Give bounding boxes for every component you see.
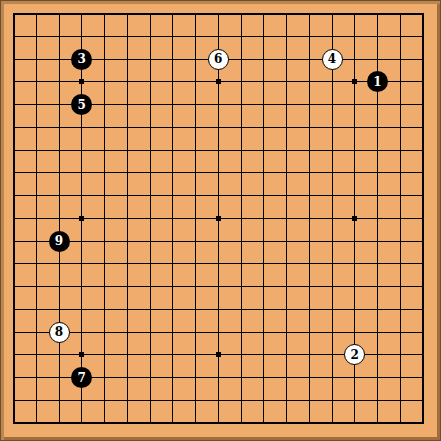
- intersection-A18[interactable]: [2, 25, 25, 48]
- intersection-C2[interactable]: [48, 389, 71, 412]
- intersection-N10[interactable]: [275, 207, 298, 230]
- intersection-O17[interactable]: [298, 48, 321, 71]
- intersection-H6[interactable]: [161, 298, 184, 321]
- intersection-L7[interactable]: [230, 275, 253, 298]
- intersection-D11[interactable]: [70, 184, 93, 207]
- intersection-M11[interactable]: [252, 184, 275, 207]
- intersection-T7[interactable]: [412, 275, 435, 298]
- intersection-H15[interactable]: [161, 93, 184, 116]
- intersection-N1[interactable]: [275, 412, 298, 435]
- intersection-N16[interactable]: [275, 70, 298, 93]
- intersection-T4[interactable]: [412, 343, 435, 366]
- intersection-Q15[interactable]: [343, 93, 366, 116]
- intersection-J13[interactable]: [184, 139, 207, 162]
- intersection-H2[interactable]: [161, 389, 184, 412]
- intersection-N12[interactable]: [275, 161, 298, 184]
- intersection-D8[interactable]: [70, 252, 93, 275]
- intersection-R15[interactable]: [366, 93, 389, 116]
- intersection-A7[interactable]: [2, 275, 25, 298]
- intersection-Q10[interactable]: [343, 207, 366, 230]
- intersection-B16[interactable]: [25, 70, 48, 93]
- intersection-L8[interactable]: [230, 252, 253, 275]
- intersection-O11[interactable]: [298, 184, 321, 207]
- intersection-O8[interactable]: [298, 252, 321, 275]
- intersection-D1[interactable]: [70, 412, 93, 435]
- intersection-N3[interactable]: [275, 366, 298, 389]
- intersection-M15[interactable]: [252, 93, 275, 116]
- intersection-O9[interactable]: [298, 230, 321, 253]
- intersection-Q1[interactable]: [343, 412, 366, 435]
- intersection-M16[interactable]: [252, 70, 275, 93]
- intersection-N6[interactable]: [275, 298, 298, 321]
- intersection-D9[interactable]: [70, 230, 93, 253]
- intersection-J11[interactable]: [184, 184, 207, 207]
- intersection-F19[interactable]: [116, 2, 139, 25]
- intersection-M7[interactable]: [252, 275, 275, 298]
- intersection-M12[interactable]: [252, 161, 275, 184]
- intersection-O19[interactable]: [298, 2, 321, 25]
- intersection-A16[interactable]: [2, 70, 25, 93]
- intersection-G14[interactable]: [139, 116, 162, 139]
- intersection-T1[interactable]: [412, 412, 435, 435]
- intersection-G7[interactable]: [139, 275, 162, 298]
- intersection-L3[interactable]: [230, 366, 253, 389]
- intersection-P16[interactable]: [321, 70, 344, 93]
- intersection-E17[interactable]: [93, 48, 116, 71]
- intersection-O14[interactable]: [298, 116, 321, 139]
- intersection-H9[interactable]: [161, 230, 184, 253]
- intersection-F6[interactable]: [116, 298, 139, 321]
- intersection-F13[interactable]: [116, 139, 139, 162]
- intersection-F2[interactable]: [116, 389, 139, 412]
- intersection-H18[interactable]: [161, 25, 184, 48]
- intersection-F7[interactable]: [116, 275, 139, 298]
- intersection-H11[interactable]: [161, 184, 184, 207]
- intersection-O13[interactable]: [298, 139, 321, 162]
- intersection-E12[interactable]: [93, 161, 116, 184]
- intersection-N15[interactable]: [275, 93, 298, 116]
- intersection-H13[interactable]: [161, 139, 184, 162]
- intersection-N11[interactable]: [275, 184, 298, 207]
- intersection-J18[interactable]: [184, 25, 207, 48]
- intersection-H19[interactable]: [161, 2, 184, 25]
- intersection-N17[interactable]: [275, 48, 298, 71]
- stone-white-8-C5[interactable]: 8: [49, 322, 70, 343]
- intersection-T17[interactable]: [412, 48, 435, 71]
- intersection-J3[interactable]: [184, 366, 207, 389]
- intersection-G11[interactable]: [139, 184, 162, 207]
- intersection-J16[interactable]: [184, 70, 207, 93]
- intersection-C8[interactable]: [48, 252, 71, 275]
- intersection-G1[interactable]: [139, 412, 162, 435]
- intersection-J12[interactable]: [184, 161, 207, 184]
- intersection-L12[interactable]: [230, 161, 253, 184]
- intersection-P14[interactable]: [321, 116, 344, 139]
- intersection-L10[interactable]: [230, 207, 253, 230]
- intersection-O7[interactable]: [298, 275, 321, 298]
- intersection-A8[interactable]: [2, 252, 25, 275]
- intersection-S13[interactable]: [389, 139, 412, 162]
- intersection-G9[interactable]: [139, 230, 162, 253]
- intersection-B7[interactable]: [25, 275, 48, 298]
- intersection-P5[interactable]: [321, 321, 344, 344]
- intersection-E15[interactable]: [93, 93, 116, 116]
- intersection-P3[interactable]: [321, 366, 344, 389]
- intersection-T3[interactable]: [412, 366, 435, 389]
- intersection-E11[interactable]: [93, 184, 116, 207]
- intersection-A14[interactable]: [2, 116, 25, 139]
- intersection-B3[interactable]: [25, 366, 48, 389]
- intersection-B12[interactable]: [25, 161, 48, 184]
- intersection-J19[interactable]: [184, 2, 207, 25]
- intersection-L16[interactable]: [230, 70, 253, 93]
- intersection-E10[interactable]: [93, 207, 116, 230]
- intersection-O4[interactable]: [298, 343, 321, 366]
- intersection-J9[interactable]: [184, 230, 207, 253]
- intersection-K18[interactable]: [207, 25, 230, 48]
- intersection-C18[interactable]: [48, 25, 71, 48]
- intersection-B19[interactable]: [25, 2, 48, 25]
- intersection-R17[interactable]: [366, 48, 389, 71]
- intersection-S5[interactable]: [389, 321, 412, 344]
- intersection-G17[interactable]: [139, 48, 162, 71]
- stone-white-4-O17[interactable]: 4: [322, 49, 343, 70]
- intersection-Q13[interactable]: [343, 139, 366, 162]
- intersection-K16[interactable]: [207, 70, 230, 93]
- intersection-R3[interactable]: [366, 366, 389, 389]
- intersection-T9[interactable]: [412, 230, 435, 253]
- intersection-P11[interactable]: [321, 184, 344, 207]
- intersection-M17[interactable]: [252, 48, 275, 71]
- intersection-F8[interactable]: [116, 252, 139, 275]
- intersection-R14[interactable]: [366, 116, 389, 139]
- intersection-R5[interactable]: [366, 321, 389, 344]
- intersection-Q19[interactable]: [343, 2, 366, 25]
- intersection-J10[interactable]: [184, 207, 207, 230]
- intersection-J17[interactable]: [184, 48, 207, 71]
- intersection-Q2[interactable]: [343, 389, 366, 412]
- intersection-N9[interactable]: [275, 230, 298, 253]
- intersection-F14[interactable]: [116, 116, 139, 139]
- intersection-L19[interactable]: [230, 2, 253, 25]
- intersection-R8[interactable]: [366, 252, 389, 275]
- intersection-M6[interactable]: [252, 298, 275, 321]
- intersection-S17[interactable]: [389, 48, 412, 71]
- intersection-R7[interactable]: [366, 275, 389, 298]
- intersection-B8[interactable]: [25, 252, 48, 275]
- intersection-P8[interactable]: [321, 252, 344, 275]
- intersection-G15[interactable]: [139, 93, 162, 116]
- intersection-N19[interactable]: [275, 2, 298, 25]
- intersection-H3[interactable]: [161, 366, 184, 389]
- intersection-M10[interactable]: [252, 207, 275, 230]
- intersection-G13[interactable]: [139, 139, 162, 162]
- intersection-S10[interactable]: [389, 207, 412, 230]
- intersection-K5[interactable]: [207, 321, 230, 344]
- intersection-P2[interactable]: [321, 389, 344, 412]
- intersection-B14[interactable]: [25, 116, 48, 139]
- intersection-N7[interactable]: [275, 275, 298, 298]
- intersection-E7[interactable]: [93, 275, 116, 298]
- intersection-D18[interactable]: [70, 25, 93, 48]
- intersection-B15[interactable]: [25, 93, 48, 116]
- intersection-R1[interactable]: [366, 412, 389, 435]
- intersection-L18[interactable]: [230, 25, 253, 48]
- intersection-C11[interactable]: [48, 184, 71, 207]
- intersection-Q9[interactable]: [343, 230, 366, 253]
- intersection-S6[interactable]: [389, 298, 412, 321]
- intersection-G18[interactable]: [139, 25, 162, 48]
- intersection-P18[interactable]: [321, 25, 344, 48]
- intersection-S7[interactable]: [389, 275, 412, 298]
- stone-white-6-K17[interactable]: 6: [208, 49, 229, 70]
- intersection-M5[interactable]: [252, 321, 275, 344]
- stone-black-9-C9[interactable]: 9: [49, 231, 70, 252]
- intersection-F9[interactable]: [116, 230, 139, 253]
- intersection-N5[interactable]: [275, 321, 298, 344]
- intersection-D16[interactable]: [70, 70, 93, 93]
- intersection-J8[interactable]: [184, 252, 207, 275]
- intersection-B13[interactable]: [25, 139, 48, 162]
- intersection-O15[interactable]: [298, 93, 321, 116]
- intersection-P4[interactable]: [321, 343, 344, 366]
- intersection-Q16[interactable]: [343, 70, 366, 93]
- intersection-S8[interactable]: [389, 252, 412, 275]
- intersection-K11[interactable]: [207, 184, 230, 207]
- intersection-H5[interactable]: [161, 321, 184, 344]
- intersection-D2[interactable]: [70, 389, 93, 412]
- intersection-B9[interactable]: [25, 230, 48, 253]
- intersection-N18[interactable]: [275, 25, 298, 48]
- intersection-B5[interactable]: [25, 321, 48, 344]
- intersection-S1[interactable]: [389, 412, 412, 435]
- intersection-N4[interactable]: [275, 343, 298, 366]
- intersection-B6[interactable]: [25, 298, 48, 321]
- intersection-F18[interactable]: [116, 25, 139, 48]
- intersection-E2[interactable]: [93, 389, 116, 412]
- intersection-C15[interactable]: [48, 93, 71, 116]
- intersection-D5[interactable]: [70, 321, 93, 344]
- intersection-K12[interactable]: [207, 161, 230, 184]
- intersection-L2[interactable]: [230, 389, 253, 412]
- intersection-J1[interactable]: [184, 412, 207, 435]
- intersection-P1[interactable]: [321, 412, 344, 435]
- intersection-P12[interactable]: [321, 161, 344, 184]
- intersection-J5[interactable]: [184, 321, 207, 344]
- intersection-E6[interactable]: [93, 298, 116, 321]
- intersection-B18[interactable]: [25, 25, 48, 48]
- intersection-K1[interactable]: [207, 412, 230, 435]
- intersection-H14[interactable]: [161, 116, 184, 139]
- intersection-B11[interactable]: [25, 184, 48, 207]
- intersection-R13[interactable]: [366, 139, 389, 162]
- intersection-C3[interactable]: [48, 366, 71, 389]
- intersection-P7[interactable]: [321, 275, 344, 298]
- intersection-R10[interactable]: [366, 207, 389, 230]
- intersection-M2[interactable]: [252, 389, 275, 412]
- intersection-L1[interactable]: [230, 412, 253, 435]
- intersection-M4[interactable]: [252, 343, 275, 366]
- intersection-Q7[interactable]: [343, 275, 366, 298]
- intersection-S12[interactable]: [389, 161, 412, 184]
- intersection-H10[interactable]: [161, 207, 184, 230]
- intersection-Q12[interactable]: [343, 161, 366, 184]
- intersection-R6[interactable]: [366, 298, 389, 321]
- intersection-P9[interactable]: [321, 230, 344, 253]
- intersection-T11[interactable]: [412, 184, 435, 207]
- intersection-R18[interactable]: [366, 25, 389, 48]
- intersection-E3[interactable]: [93, 366, 116, 389]
- intersection-O12[interactable]: [298, 161, 321, 184]
- intersection-O6[interactable]: [298, 298, 321, 321]
- intersection-C10[interactable]: [48, 207, 71, 230]
- intersection-D10[interactable]: [70, 207, 93, 230]
- intersection-G8[interactable]: [139, 252, 162, 275]
- intersection-C1[interactable]: [48, 412, 71, 435]
- go-board[interactable]: 123456789: [0, 0, 441, 441]
- intersection-O5[interactable]: [298, 321, 321, 344]
- intersection-H8[interactable]: [161, 252, 184, 275]
- intersection-P6[interactable]: [321, 298, 344, 321]
- intersection-H1[interactable]: [161, 412, 184, 435]
- intersection-T8[interactable]: [412, 252, 435, 275]
- intersection-D6[interactable]: [70, 298, 93, 321]
- intersection-O1[interactable]: [298, 412, 321, 435]
- intersection-F1[interactable]: [116, 412, 139, 435]
- intersection-N13[interactable]: [275, 139, 298, 162]
- intersection-E14[interactable]: [93, 116, 116, 139]
- intersection-H7[interactable]: [161, 275, 184, 298]
- intersection-E8[interactable]: [93, 252, 116, 275]
- intersection-E9[interactable]: [93, 230, 116, 253]
- intersection-Q6[interactable]: [343, 298, 366, 321]
- intersection-M9[interactable]: [252, 230, 275, 253]
- intersection-C16[interactable]: [48, 70, 71, 93]
- intersection-G4[interactable]: [139, 343, 162, 366]
- intersection-E4[interactable]: [93, 343, 116, 366]
- intersection-P19[interactable]: [321, 2, 344, 25]
- intersection-D4[interactable]: [70, 343, 93, 366]
- intersection-H12[interactable]: [161, 161, 184, 184]
- intersection-K4[interactable]: [207, 343, 230, 366]
- intersection-F4[interactable]: [116, 343, 139, 366]
- intersection-G12[interactable]: [139, 161, 162, 184]
- intersection-A12[interactable]: [2, 161, 25, 184]
- intersection-S4[interactable]: [389, 343, 412, 366]
- intersection-T19[interactable]: [412, 2, 435, 25]
- intersection-C19[interactable]: [48, 2, 71, 25]
- intersection-B4[interactable]: [25, 343, 48, 366]
- intersection-M1[interactable]: [252, 412, 275, 435]
- intersection-F17[interactable]: [116, 48, 139, 71]
- intersection-J7[interactable]: [184, 275, 207, 298]
- intersection-S9[interactable]: [389, 230, 412, 253]
- intersection-T15[interactable]: [412, 93, 435, 116]
- intersection-G5[interactable]: [139, 321, 162, 344]
- intersection-E18[interactable]: [93, 25, 116, 48]
- intersection-L11[interactable]: [230, 184, 253, 207]
- intersection-R4[interactable]: [366, 343, 389, 366]
- intersection-Q17[interactable]: [343, 48, 366, 71]
- intersection-C17[interactable]: [48, 48, 71, 71]
- intersection-T2[interactable]: [412, 389, 435, 412]
- intersection-H17[interactable]: [161, 48, 184, 71]
- intersection-F10[interactable]: [116, 207, 139, 230]
- intersection-S14[interactable]: [389, 116, 412, 139]
- intersection-B1[interactable]: [25, 412, 48, 435]
- intersection-G6[interactable]: [139, 298, 162, 321]
- intersection-T14[interactable]: [412, 116, 435, 139]
- intersection-S16[interactable]: [389, 70, 412, 93]
- intersection-A13[interactable]: [2, 139, 25, 162]
- intersection-A15[interactable]: [2, 93, 25, 116]
- intersection-K19[interactable]: [207, 2, 230, 25]
- intersection-N2[interactable]: [275, 389, 298, 412]
- intersection-A5[interactable]: [2, 321, 25, 344]
- intersection-K13[interactable]: [207, 139, 230, 162]
- intersection-L15[interactable]: [230, 93, 253, 116]
- intersection-F12[interactable]: [116, 161, 139, 184]
- intersection-P13[interactable]: [321, 139, 344, 162]
- intersection-N14[interactable]: [275, 116, 298, 139]
- intersection-O3[interactable]: [298, 366, 321, 389]
- intersection-C7[interactable]: [48, 275, 71, 298]
- intersection-R9[interactable]: [366, 230, 389, 253]
- intersection-D7[interactable]: [70, 275, 93, 298]
- intersection-G19[interactable]: [139, 2, 162, 25]
- intersection-H4[interactable]: [161, 343, 184, 366]
- intersection-C6[interactable]: [48, 298, 71, 321]
- intersection-L9[interactable]: [230, 230, 253, 253]
- intersection-E5[interactable]: [93, 321, 116, 344]
- intersection-A17[interactable]: [2, 48, 25, 71]
- intersection-E19[interactable]: [93, 2, 116, 25]
- intersection-L6[interactable]: [230, 298, 253, 321]
- intersection-G2[interactable]: [139, 389, 162, 412]
- intersection-B17[interactable]: [25, 48, 48, 71]
- intersection-O2[interactable]: [298, 389, 321, 412]
- intersection-D13[interactable]: [70, 139, 93, 162]
- intersection-J15[interactable]: [184, 93, 207, 116]
- intersection-K6[interactable]: [207, 298, 230, 321]
- intersection-L17[interactable]: [230, 48, 253, 71]
- intersection-O16[interactable]: [298, 70, 321, 93]
- intersection-L14[interactable]: [230, 116, 253, 139]
- intersection-C12[interactable]: [48, 161, 71, 184]
- intersection-L4[interactable]: [230, 343, 253, 366]
- intersection-J14[interactable]: [184, 116, 207, 139]
- intersection-F3[interactable]: [116, 366, 139, 389]
- intersection-K2[interactable]: [207, 389, 230, 412]
- intersection-S15[interactable]: [389, 93, 412, 116]
- intersection-A1[interactable]: [2, 412, 25, 435]
- intersection-P10[interactable]: [321, 207, 344, 230]
- intersection-G10[interactable]: [139, 207, 162, 230]
- intersection-A9[interactable]: [2, 230, 25, 253]
- intersection-B10[interactable]: [25, 207, 48, 230]
- intersection-C4[interactable]: [48, 343, 71, 366]
- intersection-M18[interactable]: [252, 25, 275, 48]
- intersection-J6[interactable]: [184, 298, 207, 321]
- intersection-P15[interactable]: [321, 93, 344, 116]
- intersection-G3[interactable]: [139, 366, 162, 389]
- intersection-Q18[interactable]: [343, 25, 366, 48]
- intersection-D19[interactable]: [70, 2, 93, 25]
- intersection-G16[interactable]: [139, 70, 162, 93]
- intersection-K7[interactable]: [207, 275, 230, 298]
- intersection-T10[interactable]: [412, 207, 435, 230]
- intersection-N8[interactable]: [275, 252, 298, 275]
